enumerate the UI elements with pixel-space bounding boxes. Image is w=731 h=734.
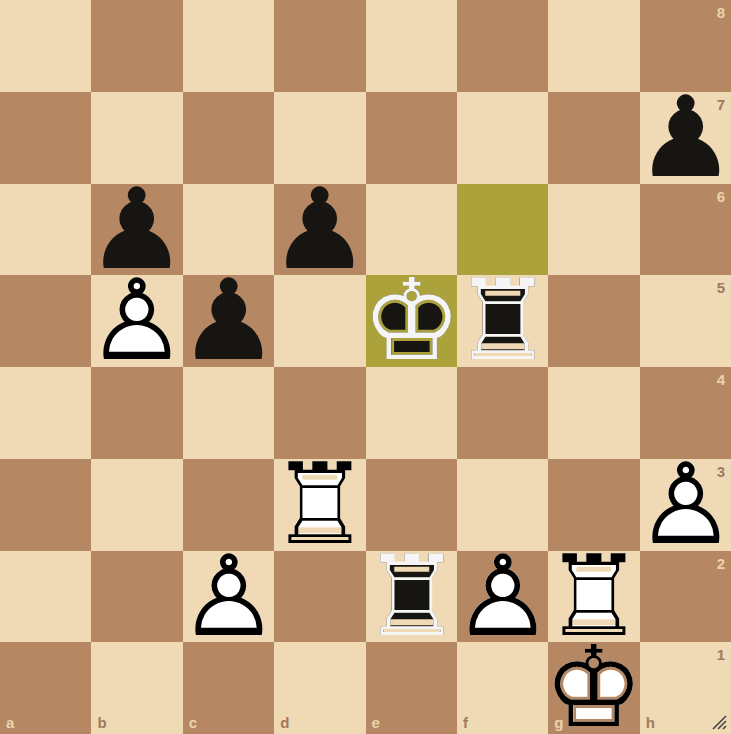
white-pawn[interactable]: ♟♙ bbox=[86, 270, 188, 373]
square-e3[interactable] bbox=[366, 459, 457, 551]
square-a7[interactable] bbox=[0, 92, 91, 184]
square-d3[interactable]: ♜♖ bbox=[274, 459, 365, 551]
square-b4[interactable] bbox=[91, 367, 182, 459]
square-f2[interactable]: ♟♙ bbox=[457, 551, 548, 643]
square-b6[interactable]: ♟ bbox=[91, 184, 182, 276]
white-rook[interactable]: ♜♖ bbox=[543, 545, 645, 648]
black-pawn[interactable]: ♟ bbox=[634, 86, 731, 189]
file-label-b: b bbox=[97, 715, 106, 730]
square-c5[interactable]: ♟ bbox=[183, 275, 274, 367]
file-label-a: a bbox=[6, 715, 14, 730]
square-a8[interactable] bbox=[0, 0, 91, 92]
square-g1[interactable]: g♚♔ bbox=[548, 642, 639, 734]
chess-board: 87♟♟♟6♟♙♟♚♔♜♖54♜♖3♟♙♟♙♜♖♟♙♜♖2abcdefg♚♔h1 bbox=[0, 0, 731, 734]
rank-label-4: 4 bbox=[717, 372, 725, 387]
black-pawn[interactable]: ♟ bbox=[269, 178, 371, 281]
file-label-h: h bbox=[646, 715, 655, 730]
file-label-e: e bbox=[372, 715, 380, 730]
white-pawn[interactable]: ♟♙ bbox=[177, 545, 279, 648]
square-f1[interactable]: f bbox=[457, 642, 548, 734]
black-rook[interactable]: ♜♖ bbox=[451, 270, 553, 373]
square-f8[interactable] bbox=[457, 0, 548, 92]
square-e5[interactable]: ♚♔ bbox=[366, 275, 457, 367]
square-e8[interactable] bbox=[366, 0, 457, 92]
square-g4[interactable] bbox=[548, 367, 639, 459]
square-c1[interactable]: c bbox=[183, 642, 274, 734]
square-a6[interactable] bbox=[0, 184, 91, 276]
white-rook[interactable]: ♜♖ bbox=[269, 453, 371, 556]
square-c4[interactable] bbox=[183, 367, 274, 459]
file-label-d: d bbox=[280, 715, 289, 730]
square-g2[interactable]: ♜♖ bbox=[548, 551, 639, 643]
square-h8[interactable]: 8 bbox=[640, 0, 731, 92]
square-d5[interactable] bbox=[274, 275, 365, 367]
square-a2[interactable] bbox=[0, 551, 91, 643]
square-e4[interactable] bbox=[366, 367, 457, 459]
square-b7[interactable] bbox=[91, 92, 182, 184]
square-d8[interactable] bbox=[274, 0, 365, 92]
square-f7[interactable] bbox=[457, 92, 548, 184]
rank-label-8: 8 bbox=[717, 5, 725, 20]
square-g8[interactable] bbox=[548, 0, 639, 92]
square-b5[interactable]: ♟♙ bbox=[91, 275, 182, 367]
board-resize-grip-icon[interactable] bbox=[709, 712, 729, 732]
square-h3[interactable]: 3♟♙ bbox=[640, 459, 731, 551]
square-e2[interactable]: ♜♖ bbox=[366, 551, 457, 643]
square-d6[interactable]: ♟ bbox=[274, 184, 365, 276]
square-f3[interactable] bbox=[457, 459, 548, 551]
square-h6[interactable]: 6 bbox=[640, 184, 731, 276]
square-b1[interactable]: b bbox=[91, 642, 182, 734]
square-g6[interactable] bbox=[548, 184, 639, 276]
square-h7[interactable]: 7♟ bbox=[640, 92, 731, 184]
square-c3[interactable] bbox=[183, 459, 274, 551]
square-c2[interactable]: ♟♙ bbox=[183, 551, 274, 643]
black-rook[interactable]: ♜♖ bbox=[360, 545, 462, 648]
square-h4[interactable]: 4 bbox=[640, 367, 731, 459]
file-label-f: f bbox=[463, 715, 468, 730]
square-a1[interactable]: a bbox=[0, 642, 91, 734]
square-b8[interactable] bbox=[91, 0, 182, 92]
black-king[interactable]: ♚♔ bbox=[360, 270, 462, 373]
square-f4[interactable] bbox=[457, 367, 548, 459]
board-grid: 87♟♟♟6♟♙♟♚♔♜♖54♜♖3♟♙♟♙♜♖♟♙♜♖2abcdefg♚♔h1 bbox=[0, 0, 731, 734]
square-g5[interactable] bbox=[548, 275, 639, 367]
square-d1[interactable]: d bbox=[274, 642, 365, 734]
square-g7[interactable] bbox=[548, 92, 639, 184]
square-a5[interactable] bbox=[0, 275, 91, 367]
square-f5[interactable]: ♜♖ bbox=[457, 275, 548, 367]
square-d4[interactable] bbox=[274, 367, 365, 459]
file-label-c: c bbox=[189, 715, 197, 730]
square-f6[interactable] bbox=[457, 184, 548, 276]
white-king[interactable]: ♚♔ bbox=[543, 637, 645, 734]
black-pawn[interactable]: ♟ bbox=[177, 270, 279, 373]
rank-label-5: 5 bbox=[717, 280, 725, 295]
square-e6[interactable] bbox=[366, 184, 457, 276]
square-b2[interactable] bbox=[91, 551, 182, 643]
square-a4[interactable] bbox=[0, 367, 91, 459]
rank-label-6: 6 bbox=[717, 189, 725, 204]
rank-label-1: 1 bbox=[717, 647, 725, 662]
square-c8[interactable] bbox=[183, 0, 274, 92]
square-g3[interactable] bbox=[548, 459, 639, 551]
rank-label-2: 2 bbox=[717, 556, 725, 571]
square-d2[interactable] bbox=[274, 551, 365, 643]
square-h2[interactable]: 2 bbox=[640, 551, 731, 643]
black-pawn[interactable]: ♟ bbox=[86, 178, 188, 281]
square-c6[interactable] bbox=[183, 184, 274, 276]
square-e7[interactable] bbox=[366, 92, 457, 184]
white-pawn[interactable]: ♟♙ bbox=[634, 453, 731, 556]
square-h5[interactable]: 5 bbox=[640, 275, 731, 367]
square-d7[interactable] bbox=[274, 92, 365, 184]
square-e1[interactable]: e bbox=[366, 642, 457, 734]
square-c7[interactable] bbox=[183, 92, 274, 184]
white-pawn[interactable]: ♟♙ bbox=[451, 545, 553, 648]
square-a3[interactable] bbox=[0, 459, 91, 551]
square-b3[interactable] bbox=[91, 459, 182, 551]
